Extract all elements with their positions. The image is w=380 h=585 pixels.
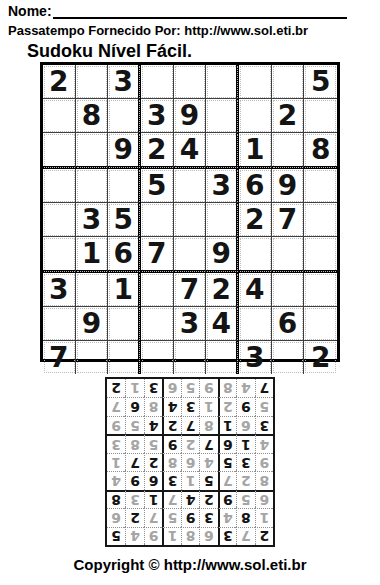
cell-r9c9: 2 xyxy=(304,341,337,374)
solution-cell-r1c8: 4 xyxy=(125,527,143,545)
cell-r6c8[interactable] xyxy=(272,237,305,273)
cell-r4c9[interactable] xyxy=(304,169,337,203)
cell-r9c5[interactable] xyxy=(174,341,207,374)
cell-r5c3: 5 xyxy=(108,203,141,237)
cell-r6c9[interactable] xyxy=(304,237,337,273)
cell-r5c6[interactable] xyxy=(206,203,239,237)
solution-cell-r5c4: 4 xyxy=(199,453,217,471)
solution-cell-r1c1: 2 xyxy=(255,527,273,545)
cell-r5c7: 2 xyxy=(239,203,272,237)
cell-r5c1[interactable] xyxy=(43,203,76,237)
solution-cell-r5c7: 2 xyxy=(144,453,162,471)
cell-r3c3: 9 xyxy=(108,133,141,169)
cell-r9c3[interactable] xyxy=(108,341,141,374)
solution-cell-r6c4: 7 xyxy=(199,434,217,452)
solution-cell-r4c3: 7 xyxy=(218,471,236,489)
cell-r5c8: 7 xyxy=(272,203,305,237)
cell-r2c4: 3 xyxy=(141,99,174,133)
solution-cell-r2c9: 6 xyxy=(107,508,125,526)
solution-cell-r9c3: 8 xyxy=(218,379,236,397)
solution-cell-r3c8: 3 xyxy=(125,490,143,508)
cell-r2c5: 9 xyxy=(174,99,207,133)
solution-cell-r6c8: 8 xyxy=(125,434,143,452)
solution-cell-r1c9: 5 xyxy=(107,527,125,545)
page-title: Sudoku Nível Fácil. xyxy=(27,41,192,62)
cell-r8c1[interactable] xyxy=(43,307,76,341)
solution-cell-r6c5: 2 xyxy=(181,434,199,452)
cell-r6c2: 1 xyxy=(76,237,109,273)
solution-cell-r7c5: 7 xyxy=(181,416,199,434)
solution-cell-r5c1: 9 xyxy=(255,453,273,471)
solution-cell-r9c8: 1 xyxy=(125,379,143,397)
solution-cell-r2c5: 9 xyxy=(181,508,199,526)
solution-cell-r7c1: 3 xyxy=(255,416,273,434)
cell-r8c8: 6 xyxy=(272,307,305,341)
solution-cell-r2c7: 7 xyxy=(144,508,162,526)
solution-cell-r7c9: 9 xyxy=(107,416,125,434)
solution-cell-r4c1: 8 xyxy=(255,471,273,489)
cell-r8c5: 3 xyxy=(174,307,207,341)
solution-cell-r8c6: 4 xyxy=(162,397,180,415)
solution-cell-r1c2: 7 xyxy=(236,527,254,545)
solution-cell-r3c9: 8 xyxy=(107,490,125,508)
cell-r6c5[interactable] xyxy=(174,237,207,273)
cell-r7c9[interactable] xyxy=(304,273,337,307)
solution-cell-r2c4: 3 xyxy=(199,508,217,526)
cell-r1c9: 5 xyxy=(304,65,337,99)
cell-r9c7: 3 xyxy=(239,341,272,374)
cell-r3c8[interactable] xyxy=(272,133,305,169)
solution-cell-r9c7: 3 xyxy=(144,379,162,397)
cell-r3c9: 8 xyxy=(304,133,337,169)
solution-cell-r8c2: 9 xyxy=(236,397,254,415)
cell-r5c4[interactable] xyxy=(141,203,174,237)
cell-r2c1[interactable] xyxy=(43,99,76,133)
solution-cell-r3c7: 1 xyxy=(144,490,162,508)
solution-cell-r5c2: 3 xyxy=(236,453,254,471)
solution-cell-r2c2: 8 xyxy=(236,508,254,526)
solution-cell-r5c9: 1 xyxy=(107,453,125,471)
cell-r8c3[interactable] xyxy=(108,307,141,341)
cell-r1c2[interactable] xyxy=(76,65,109,99)
solution-cell-r2c6: 5 xyxy=(162,508,180,526)
solution-cell-r6c2: 1 xyxy=(236,434,254,452)
solution-cell-r3c6: 7 xyxy=(162,490,180,508)
cell-r2c3[interactable] xyxy=(108,99,141,133)
cell-r4c7: 6 xyxy=(239,169,272,203)
solution-cell-r1c3: 3 xyxy=(218,527,236,545)
solution-cell-r2c3: 4 xyxy=(218,508,236,526)
cell-r7c7: 4 xyxy=(239,273,272,307)
solution-cell-r8c4: 1 xyxy=(199,397,217,415)
cell-r1c3: 3 xyxy=(108,65,141,99)
name-row: Nome: xyxy=(8,3,347,19)
cell-r8c4[interactable] xyxy=(141,307,174,341)
solution-cell-r2c8: 2 xyxy=(125,508,143,526)
solution-cell-r7c6: 2 xyxy=(162,416,180,434)
solution-cell-r9c5: 5 xyxy=(181,379,199,397)
cell-r1c8[interactable] xyxy=(272,65,305,99)
solution-cell-r7c2: 6 xyxy=(236,416,254,434)
solution-cell-r3c2: 5 xyxy=(236,490,254,508)
provider-line: Passatempo Fornecido Por: http://www.sol… xyxy=(8,23,308,38)
solution-cell-r9c6: 6 xyxy=(162,379,180,397)
solution-cell-r3c4: 2 xyxy=(199,490,217,508)
cell-r8c6: 4 xyxy=(206,307,239,341)
solution-board: 2736819451843957266592471388275136949354… xyxy=(105,377,275,547)
cell-r7c2[interactable] xyxy=(76,273,109,307)
name-label: Nome: xyxy=(8,3,52,19)
solution-cell-r4c9: 4 xyxy=(107,471,125,489)
cell-r8c7[interactable] xyxy=(239,307,272,341)
cell-r4c3[interactable] xyxy=(108,169,141,203)
solution-cell-r8c7: 8 xyxy=(144,397,162,415)
solution-cell-r8c9: 7 xyxy=(107,397,125,415)
cell-r4c5[interactable] xyxy=(174,169,207,203)
solution-cell-r4c4: 5 xyxy=(199,471,217,489)
cell-r8c9[interactable] xyxy=(304,307,337,341)
solution-cell-r6c6: 9 xyxy=(162,434,180,452)
solution-cell-r9c2: 4 xyxy=(236,379,254,397)
cell-r9c1: 7 xyxy=(43,341,76,374)
solution-cell-r6c7: 5 xyxy=(144,434,162,452)
solution-cell-r1c4: 6 xyxy=(199,527,217,545)
solution-cell-r5c3: 5 xyxy=(218,453,236,471)
cell-r8c2: 9 xyxy=(76,307,109,341)
cell-r1c6[interactable] xyxy=(206,65,239,99)
cell-r9c6[interactable] xyxy=(206,341,239,374)
sudoku-board[interactable]: 235839292418536935271679317249346732 xyxy=(40,62,340,362)
cell-r6c6: 9 xyxy=(206,237,239,273)
name-underline xyxy=(53,3,347,19)
solution-cell-r8c5: 3 xyxy=(181,397,199,415)
solution-cell-r5c5: 6 xyxy=(181,453,199,471)
cell-r7c6: 2 xyxy=(206,273,239,307)
solution-cell-r4c7: 6 xyxy=(144,471,162,489)
cell-r3c1[interactable] xyxy=(43,133,76,169)
solution-cell-r3c3: 9 xyxy=(218,490,236,508)
solution-cell-r7c8: 5 xyxy=(125,416,143,434)
cell-r2c8: 2 xyxy=(272,99,305,133)
cell-r1c7[interactable] xyxy=(239,65,272,99)
cell-r1c5[interactable] xyxy=(174,65,207,99)
cell-r5c9[interactable] xyxy=(304,203,337,237)
cell-r6c1[interactable] xyxy=(43,237,76,273)
cell-r1c4[interactable] xyxy=(141,65,174,99)
cell-r3c2[interactable] xyxy=(76,133,109,169)
solution-cell-r4c2: 2 xyxy=(236,471,254,489)
cell-r6c4: 7 xyxy=(141,237,174,273)
cell-r3c5: 4 xyxy=(174,133,207,169)
cell-r3c4: 2 xyxy=(141,133,174,169)
solution-cell-r7c4: 8 xyxy=(199,416,217,434)
solution-cell-r9c9: 2 xyxy=(107,379,125,397)
cell-r6c7[interactable] xyxy=(239,237,272,273)
solution-cell-r7c3: 1 xyxy=(218,416,236,434)
cell-r2c9[interactable] xyxy=(304,99,337,133)
cell-r4c6: 3 xyxy=(206,169,239,203)
solution-cell-r9c1: 7 xyxy=(255,379,273,397)
cell-r7c4[interactable] xyxy=(141,273,174,307)
solution-cell-r4c8: 9 xyxy=(125,471,143,489)
solution-cell-r5c8: 7 xyxy=(125,453,143,471)
cell-r5c2: 3 xyxy=(76,203,109,237)
solution-cell-r6c9: 3 xyxy=(107,434,125,452)
cell-r7c5: 7 xyxy=(174,273,207,307)
solution-cell-r3c1: 6 xyxy=(255,490,273,508)
solution-cell-r6c1: 4 xyxy=(255,434,273,452)
cell-r3c7: 1 xyxy=(239,133,272,169)
solution-cell-r2c1: 1 xyxy=(255,508,273,526)
cell-r5c5[interactable] xyxy=(174,203,207,237)
solution-cell-r8c1: 5 xyxy=(255,397,273,415)
solution-cell-r8c3: 2 xyxy=(218,397,236,415)
cell-r2c7[interactable] xyxy=(239,99,272,133)
solution-cell-r1c7: 9 xyxy=(144,527,162,545)
cell-r1c1: 2 xyxy=(43,65,76,99)
cell-r3c6[interactable] xyxy=(206,133,239,169)
cell-r2c6[interactable] xyxy=(206,99,239,133)
solution-cell-r6c3: 6 xyxy=(218,434,236,452)
solution-cell-r4c5: 1 xyxy=(181,471,199,489)
cell-r7c1: 3 xyxy=(43,273,76,307)
solution-cell-r1c6: 1 xyxy=(162,527,180,545)
solution-cell-r5c6: 8 xyxy=(162,453,180,471)
cell-r9c8[interactable] xyxy=(272,341,305,374)
solution-cell-r1c5: 8 xyxy=(181,527,199,545)
cell-r4c2[interactable] xyxy=(76,169,109,203)
cell-r2c2: 8 xyxy=(76,99,109,133)
cell-r9c4[interactable] xyxy=(141,341,174,374)
cell-r6c3: 6 xyxy=(108,237,141,273)
cell-r7c8[interactable] xyxy=(272,273,305,307)
cell-r9c2[interactable] xyxy=(76,341,109,374)
cell-r7c3: 1 xyxy=(108,273,141,307)
solution-cell-r8c8: 6 xyxy=(125,397,143,415)
solution-cell-r3c5: 4 xyxy=(181,490,199,508)
cell-r4c1[interactable] xyxy=(43,169,76,203)
copyright: Copyright © http://www.sol.eti.br xyxy=(0,556,380,573)
solution-cell-r7c7: 4 xyxy=(144,416,162,434)
solution-cell-r9c4: 9 xyxy=(199,379,217,397)
solution-cell-r4c6: 3 xyxy=(162,471,180,489)
cell-r4c8: 9 xyxy=(272,169,305,203)
cell-r4c4: 5 xyxy=(141,169,174,203)
